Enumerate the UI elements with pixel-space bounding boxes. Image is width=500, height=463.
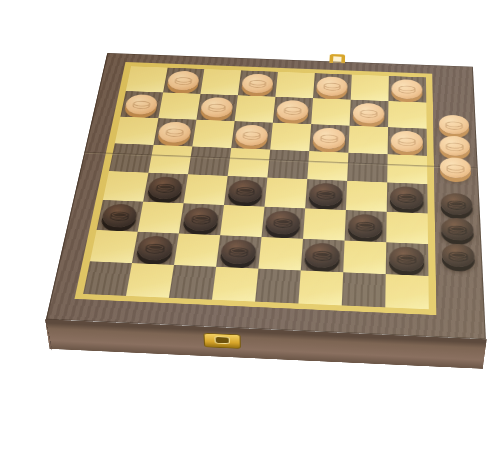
square-h2[interactable]: ⛂ bbox=[386, 242, 429, 276]
spare-piece-light-2[interactable]: ⛀ bbox=[439, 135, 470, 156]
square-a4[interactable] bbox=[103, 171, 149, 202]
spare-piece-light-3[interactable]: ⛀ bbox=[440, 157, 471, 179]
square-d2[interactable]: ⛂ bbox=[216, 235, 261, 268]
square-h6[interactable]: ⛀ bbox=[388, 127, 427, 156]
square-a6[interactable] bbox=[115, 117, 159, 145]
square-d6[interactable]: ⛀ bbox=[231, 121, 273, 149]
piece-dark-a3[interactable]: ⛂ bbox=[100, 203, 138, 227]
square-g3[interactable]: ⛂ bbox=[345, 210, 387, 242]
square-b6[interactable]: ⛀ bbox=[154, 118, 197, 146]
board-frame: ⛀⛀⛀⛀⛀⛀⛀⛀⛀⛀⛀⛀⛂⛂⛂⛂⛂⛂⛂⛂⛂⛂⛂⛂ bbox=[74, 62, 436, 315]
square-c7[interactable]: ⛀ bbox=[196, 94, 237, 121]
piece-light-f8[interactable]: ⛀ bbox=[316, 76, 348, 96]
piece-light-a7[interactable]: ⛀ bbox=[124, 94, 159, 115]
square-a5[interactable] bbox=[109, 143, 154, 172]
square-c2[interactable] bbox=[174, 233, 220, 266]
piece-dark-b2[interactable]: ⛂ bbox=[136, 235, 174, 261]
product-photo-scene: ⛀⛀⛀⛀⛀⛀⛀⛀⛀⛀⛀⛀⛂⛂⛂⛂⛂⛂⛂⛂⛂⛂⛂⛂ ⛀⛀⛀⛂⛂⛂ bbox=[0, 0, 500, 463]
square-b5[interactable] bbox=[148, 145, 192, 174]
square-g6[interactable] bbox=[348, 126, 388, 155]
square-c5[interactable] bbox=[188, 146, 231, 175]
square-f5[interactable] bbox=[307, 151, 348, 181]
piece-light-c7[interactable]: ⛀ bbox=[200, 97, 234, 118]
square-b3[interactable] bbox=[138, 202, 184, 234]
square-a7[interactable]: ⛀ bbox=[120, 91, 163, 118]
spare-piece-dark-2[interactable]: ⛂ bbox=[441, 218, 474, 241]
square-c1[interactable] bbox=[169, 265, 216, 300]
square-f2[interactable]: ⛂ bbox=[301, 239, 345, 273]
square-f7[interactable] bbox=[311, 98, 351, 125]
square-d3[interactable] bbox=[220, 205, 264, 237]
square-g8[interactable] bbox=[351, 75, 389, 102]
piece-dark-h4[interactable]: ⛂ bbox=[390, 186, 424, 210]
piece-dark-f2[interactable]: ⛂ bbox=[304, 242, 340, 268]
square-d8[interactable]: ⛀ bbox=[238, 70, 278, 96]
clasp-icon bbox=[203, 333, 241, 349]
square-a8[interactable] bbox=[126, 66, 168, 92]
square-g4[interactable] bbox=[346, 181, 387, 212]
piece-light-d8[interactable]: ⛀ bbox=[241, 73, 274, 93]
latch-icon bbox=[329, 54, 345, 64]
piece-dark-g3[interactable]: ⛂ bbox=[348, 213, 383, 238]
square-b7[interactable] bbox=[158, 92, 200, 119]
square-a3[interactable]: ⛂ bbox=[97, 200, 144, 232]
spare-piece-dark-3[interactable]: ⛂ bbox=[442, 243, 475, 267]
piece-light-e7[interactable]: ⛀ bbox=[276, 100, 309, 121]
square-b1[interactable] bbox=[126, 263, 174, 298]
square-g1[interactable] bbox=[342, 272, 386, 307]
square-c8[interactable] bbox=[200, 69, 241, 95]
box-front-side bbox=[45, 319, 487, 369]
piece-light-d6[interactable]: ⛀ bbox=[235, 124, 269, 146]
square-e5[interactable] bbox=[267, 150, 309, 180]
piece-dark-b4[interactable]: ⛂ bbox=[147, 176, 184, 200]
square-f3[interactable] bbox=[303, 208, 346, 240]
square-h5[interactable] bbox=[387, 154, 427, 184]
square-c6[interactable] bbox=[192, 120, 234, 148]
square-h8[interactable]: ⛀ bbox=[388, 76, 426, 103]
piece-light-f6[interactable]: ⛀ bbox=[312, 127, 345, 149]
square-h3[interactable] bbox=[386, 212, 428, 244]
square-e4[interactable] bbox=[265, 178, 308, 209]
square-g5[interactable] bbox=[347, 153, 387, 183]
square-d1[interactable] bbox=[212, 267, 258, 302]
square-h4[interactable]: ⛂ bbox=[387, 182, 428, 213]
square-b4[interactable]: ⛂ bbox=[143, 173, 188, 204]
spare-piece-dark-1[interactable]: ⛂ bbox=[441, 193, 473, 216]
piece-dark-e3[interactable]: ⛂ bbox=[265, 210, 301, 235]
spare-piece-light-1[interactable]: ⛀ bbox=[439, 114, 469, 134]
piece-dark-h2[interactable]: ⛂ bbox=[389, 246, 424, 272]
square-e8[interactable] bbox=[275, 72, 314, 98]
board-grid: ⛀⛀⛀⛀⛀⛀⛀⛀⛀⛀⛀⛀⛂⛂⛂⛂⛂⛂⛂⛂⛂⛂⛂⛂ bbox=[83, 66, 429, 309]
piece-light-b6[interactable]: ⛀ bbox=[157, 121, 192, 143]
square-g2[interactable] bbox=[343, 241, 386, 275]
square-f4[interactable]: ⛂ bbox=[305, 179, 347, 210]
square-f1[interactable] bbox=[298, 270, 343, 305]
piece-light-h6[interactable]: ⛀ bbox=[391, 130, 423, 152]
square-g7[interactable]: ⛀ bbox=[350, 100, 389, 128]
square-h1[interactable] bbox=[385, 274, 429, 309]
square-e3[interactable]: ⛂ bbox=[262, 207, 306, 239]
piece-dark-d4[interactable]: ⛂ bbox=[227, 179, 263, 203]
square-c4[interactable] bbox=[184, 174, 228, 205]
square-a1[interactable] bbox=[83, 261, 132, 296]
square-e7[interactable]: ⛀ bbox=[273, 97, 313, 124]
square-d5[interactable] bbox=[228, 148, 271, 178]
piece-dark-c3[interactable]: ⛂ bbox=[183, 207, 220, 232]
checkers-box: ⛀⛀⛀⛀⛀⛀⛀⛀⛀⛀⛀⛀⛂⛂⛂⛂⛂⛂⛂⛂⛂⛂⛂⛂ ⛀⛀⛀⛂⛂⛂ bbox=[46, 53, 486, 339]
square-b8[interactable]: ⛀ bbox=[163, 68, 204, 94]
square-f6[interactable]: ⛀ bbox=[309, 124, 349, 153]
square-d7[interactable] bbox=[235, 95, 276, 122]
square-c3[interactable]: ⛂ bbox=[179, 203, 224, 235]
square-a2[interactable] bbox=[90, 230, 138, 263]
square-e6[interactable] bbox=[270, 123, 311, 151]
square-b2[interactable]: ⛂ bbox=[132, 232, 179, 265]
piece-light-h8[interactable]: ⛀ bbox=[391, 79, 422, 99]
square-f8[interactable]: ⛀ bbox=[313, 73, 352, 99]
piece-light-g7[interactable]: ⛀ bbox=[353, 102, 385, 123]
piece-dark-f4[interactable]: ⛂ bbox=[308, 182, 343, 206]
piece-dark-d2[interactable]: ⛂ bbox=[220, 239, 257, 265]
square-e1[interactable] bbox=[255, 269, 301, 304]
square-h7[interactable] bbox=[388, 101, 427, 129]
piece-light-b8[interactable]: ⛀ bbox=[166, 70, 200, 90]
square-d4[interactable]: ⛂ bbox=[224, 176, 267, 207]
square-e2[interactable] bbox=[258, 237, 303, 270]
